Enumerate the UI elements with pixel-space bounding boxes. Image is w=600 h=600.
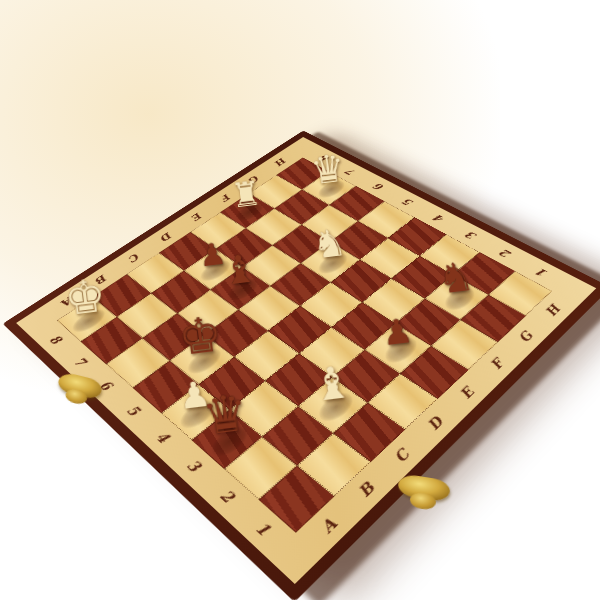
rank-label-text: 4 — [431, 213, 447, 224]
file-label-text: E — [456, 385, 478, 402]
chess-board: ABCDEFGH8♚♜87♟♛76♝65♚♞54♟43♛32♝♟♞211ABCD… — [16, 137, 596, 584]
chess-set-scene: ABCDEFGH8♚♜87♟♛76♝65♚♞54♟43♛32♝♟♞211ABCD… — [0, 0, 600, 600]
piece-brown-queen-a3[interactable]: ♛ — [199, 387, 250, 443]
file-label-text: E — [189, 211, 205, 222]
piece-white-knight-f5[interactable]: ♞ — [310, 222, 349, 264]
rank-label-text: 5 — [400, 197, 416, 208]
file-label-text: C — [126, 251, 143, 263]
piece-brown-pawn-e2[interactable]: ♟ — [380, 313, 414, 351]
piece-brown-bishop-d6[interactable]: ♝ — [219, 248, 258, 291]
rank-label-text: 1 — [252, 518, 275, 539]
square-d4[interactable] — [268, 306, 332, 353]
rank-label-text: 3 — [183, 456, 205, 474]
rank-label-text: 4 — [152, 428, 173, 445]
file-label-text: A — [317, 515, 341, 536]
board-grid: ABCDEFGH8♚♜87♟♛76♝65♚♞54♟43♛32♝♟♞211ABCD… — [16, 137, 596, 584]
board-wooden-rim: ABCDEFGH8♚♜87♟♛76♝65♚♞54♟43♛32♝♟♞211ABCD… — [3, 131, 600, 600]
rank-label-text: 1 — [533, 266, 551, 279]
rank-label-text: 6 — [371, 182, 387, 192]
piece-white-rook-f8[interactable]: ♜ — [229, 176, 263, 213]
file-label-text: H — [541, 303, 563, 318]
rank-label-text: 2 — [497, 248, 514, 260]
file-label-text: C — [390, 446, 413, 465]
file-label-text: G — [514, 329, 536, 345]
rank-label-text: 7 — [71, 354, 90, 369]
piece-white-king-a8[interactable]: ♚ — [62, 272, 108, 322]
file-label-text: B — [354, 479, 378, 500]
piece-brown-king-b5[interactable]: ♚ — [176, 309, 225, 362]
piece-white-bishop-c2[interactable]: ♝ — [309, 358, 354, 407]
rank-label-text: 2 — [216, 486, 238, 506]
file-label-text: D — [423, 414, 446, 433]
rank-label-text: 3 — [463, 230, 480, 242]
rank-label-text: 5 — [123, 402, 143, 418]
rank-label-text: 8 — [46, 333, 65, 347]
file-label-text: F — [486, 357, 507, 372]
piece-white-queen-h7[interactable]: ♛ — [308, 148, 347, 190]
piece-brown-knight-g2[interactable]: ♞ — [435, 255, 476, 300]
file-label-text: H — [273, 156, 290, 166]
file-label-text: D — [158, 231, 175, 243]
